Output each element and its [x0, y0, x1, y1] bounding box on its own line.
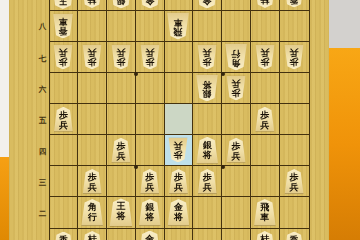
piece-kanji: 銀将 — [116, 0, 125, 5]
left-margin — [0, 0, 9, 157]
piece-kanji: 歩兵 — [203, 46, 212, 66]
square-4-4[interactable] — [136, 135, 165, 166]
piece-knight-sente[interactable]: 桂馬 — [81, 0, 103, 8]
piece-kanji: 歩兵 — [59, 46, 68, 66]
square-2-9[interactable]: 桂馬 — [78, 0, 107, 11]
piece-pawn-sente[interactable]: 歩兵 — [197, 45, 217, 70]
square-4-2[interactable]: 銀将 — [136, 197, 165, 228]
piece-pawn-gote[interactable]: 歩兵 — [226, 138, 246, 163]
board-grid: 玉将桂馬銀将金将金将桂馬香車香車飛車歩兵歩兵歩兵歩兵歩兵角行歩兵歩兵銀将歩兵歩兵… — [49, 0, 310, 240]
square-5-9[interactable] — [165, 0, 194, 11]
square-6-1[interactable] — [193, 229, 222, 240]
square-9-7[interactable]: 歩兵 — [280, 42, 309, 73]
square-6-8[interactable] — [193, 11, 222, 42]
square-6-4[interactable]: 銀将 — [193, 135, 222, 166]
piece-kanji: 角行 — [88, 202, 97, 222]
piece-pawn-gote[interactable]: 歩兵 — [284, 169, 304, 194]
square-7-2[interactable] — [222, 197, 251, 228]
piece-lance-sente[interactable]: 香車 — [53, 14, 74, 39]
piece-kanji: 王将 — [116, 202, 125, 222]
piece-kanji: 歩兵 — [260, 110, 269, 130]
piece-gold-sente[interactable]: 金将 — [196, 0, 219, 8]
square-4-6[interactable] — [136, 73, 165, 104]
piece-kanji: 金将 — [145, 234, 154, 240]
square-2-1[interactable]: 桂馬 — [78, 229, 107, 240]
piece-knight-sente[interactable]: 桂馬 — [254, 0, 276, 8]
square-1-9[interactable]: 玉将 — [50, 0, 79, 11]
square-8-6[interactable] — [251, 73, 280, 104]
right-margin — [329, 0, 360, 48]
piece-lance-sente[interactable]: 香車 — [284, 0, 305, 7]
square-3-2[interactable]: 王将 — [107, 197, 136, 228]
piece-kanji: 歩兵 — [116, 46, 125, 66]
piece-kanji: 香車 — [59, 15, 68, 35]
square-1-3[interactable] — [50, 166, 79, 197]
piece-kanji: 歩兵 — [290, 46, 299, 66]
square-3-9[interactable]: 銀将 — [107, 0, 136, 11]
piece-pawn-sente[interactable]: 歩兵 — [140, 45, 160, 70]
piece-kanji: 香車 — [59, 235, 68, 240]
komadai-left — [0, 157, 9, 240]
piece-knight-gote[interactable]: 桂馬 — [254, 231, 276, 240]
shogi-app-screen: 玉将桂馬銀将金将金将桂馬香車香車飛車歩兵歩兵歩兵歩兵歩兵角行歩兵歩兵銀将歩兵歩兵… — [0, 0, 360, 240]
piece-gold-sente[interactable]: 金将 — [138, 0, 161, 8]
piece-kanji: 銀将 — [203, 79, 212, 99]
piece-pawn-gote[interactable]: 歩兵 — [140, 169, 160, 194]
piece-pawn-sente[interactable]: 歩兵 — [226, 76, 246, 101]
square-2-5[interactable] — [78, 104, 107, 135]
square-2-7[interactable]: 歩兵 — [78, 42, 107, 73]
square-3-5[interactable] — [107, 104, 136, 135]
square-9-5[interactable] — [280, 104, 309, 135]
piece-silver-sente[interactable]: 銀将 — [196, 75, 219, 102]
square-8-1[interactable]: 桂馬 — [251, 229, 280, 240]
piece-kanji: 歩兵 — [88, 46, 97, 66]
piece-silver-gote[interactable]: 銀将 — [138, 199, 161, 226]
row-label-3: 三 — [37, 178, 48, 187]
piece-kanji: 香車 — [290, 0, 299, 4]
piece-knight-gote[interactable]: 桂馬 — [81, 231, 103, 240]
square-1-4[interactable] — [50, 135, 79, 166]
piece-pawn-gote[interactable]: 歩兵 — [197, 169, 217, 194]
row-label-4: 四 — [37, 147, 48, 156]
piece-rook-sente[interactable]: 飛車 — [167, 13, 190, 40]
piece-kanji: 玉将 — [59, 0, 68, 5]
komadai-right — [329, 48, 360, 240]
piece-kanji: 歩兵 — [145, 172, 154, 192]
piece-kanji: 銀将 — [145, 202, 154, 222]
square-8-7[interactable]: 歩兵 — [251, 42, 280, 73]
piece-kanji: 桂馬 — [260, 0, 269, 4]
piece-silver-gote[interactable]: 銀将 — [196, 137, 219, 164]
square-1-5[interactable]: 歩兵 — [50, 104, 79, 135]
square-6-2[interactable] — [193, 197, 222, 228]
piece-kanji: 金将 — [145, 0, 154, 5]
piece-kanji: 香車 — [290, 235, 299, 240]
row-label-7: 七 — [37, 54, 48, 63]
square-2-8[interactable] — [78, 11, 107, 42]
piece-kanji: 飛車 — [260, 202, 269, 222]
piece-kanji: 歩兵 — [260, 46, 269, 66]
square-7-3[interactable] — [222, 166, 251, 197]
piece-kanji: 歩兵 — [174, 172, 183, 192]
square-1-2[interactable] — [50, 197, 79, 228]
square-2-3[interactable]: 歩兵 — [78, 166, 107, 197]
square-3-1[interactable] — [107, 229, 136, 240]
square-6-5[interactable] — [193, 104, 222, 135]
square-2-6[interactable] — [78, 73, 107, 104]
square-4-9[interactable]: 金将 — [136, 0, 165, 11]
square-9-3[interactable]: 歩兵 — [280, 166, 309, 197]
piece-king-gote[interactable]: 王将 — [109, 198, 133, 226]
star-point — [134, 165, 138, 169]
piece-pawn-gote[interactable]: 歩兵 — [168, 169, 188, 194]
piece-lance-gote[interactable]: 香車 — [53, 232, 74, 240]
square-9-1[interactable]: 香車 — [280, 229, 309, 240]
square-3-7[interactable]: 歩兵 — [107, 42, 136, 73]
piece-jeweled-king-sente[interactable]: 玉将 — [51, 0, 75, 9]
square-9-4[interactable] — [280, 135, 309, 166]
piece-kanji: 歩兵 — [116, 141, 125, 161]
square-5-3[interactable]: 歩兵 — [165, 166, 194, 197]
piece-kanji: 歩兵 — [174, 140, 183, 160]
piece-pawn-gote[interactable]: 歩兵 — [82, 169, 102, 194]
square-9-9[interactable]: 香車 — [280, 0, 309, 11]
square-7-4[interactable]: 歩兵 — [222, 135, 251, 166]
square-7-9[interactable] — [222, 0, 251, 11]
piece-kanji: 歩兵 — [145, 46, 154, 66]
square-4-1[interactable]: 金将 — [136, 229, 165, 240]
piece-kanji: 桂馬 — [88, 235, 97, 240]
row-label-2: 二 — [37, 209, 48, 218]
piece-pawn-sente[interactable]: 歩兵 — [53, 45, 73, 70]
piece-bishop-sente[interactable]: 角行 — [225, 44, 248, 71]
square-8-4[interactable] — [251, 135, 280, 166]
piece-pawn-gote[interactable]: 歩兵 — [111, 138, 131, 163]
piece-kanji: 歩兵 — [203, 172, 212, 192]
star-point — [134, 72, 138, 76]
square-1-7[interactable]: 歩兵 — [50, 42, 79, 73]
square-4-5[interactable] — [136, 104, 165, 135]
row-label-8: 八 — [37, 22, 48, 31]
square-5-1[interactable] — [165, 229, 194, 240]
square-7-6[interactable]: 歩兵 — [222, 73, 251, 104]
square-9-2[interactable] — [280, 197, 309, 228]
piece-kanji: 桂馬 — [88, 0, 97, 4]
square-8-9[interactable]: 桂馬 — [251, 0, 280, 11]
piece-kanji: 歩兵 — [290, 172, 299, 192]
square-3-4[interactable]: 歩兵 — [107, 135, 136, 166]
row-label-5: 五 — [37, 116, 48, 125]
piece-kanji: 銀将 — [203, 140, 212, 160]
piece-lance-gote[interactable]: 香車 — [284, 232, 305, 240]
piece-pawn-sente[interactable]: 歩兵 — [111, 45, 131, 70]
square-7-5[interactable] — [222, 104, 251, 135]
square-2-2[interactable]: 角行 — [78, 197, 107, 228]
square-7-7[interactable]: 角行 — [222, 42, 251, 73]
piece-kanji: 飛車 — [174, 16, 183, 36]
square-5-5-last-move-from[interactable] — [165, 104, 194, 135]
piece-pawn-sente[interactable]: 歩兵 — [82, 45, 102, 70]
piece-bishop-gote[interactable]: 角行 — [81, 199, 104, 226]
square-9-6[interactable] — [280, 73, 309, 104]
square-5-2[interactable]: 金将 — [165, 197, 194, 228]
square-3-8[interactable] — [107, 11, 136, 42]
square-5-7[interactable] — [165, 42, 194, 73]
piece-kanji: 歩兵 — [232, 78, 241, 98]
square-7-1[interactable] — [222, 229, 251, 240]
piece-kanji: 歩兵 — [59, 110, 68, 130]
square-8-3[interactable] — [251, 166, 280, 197]
piece-kanji: 金将 — [203, 0, 212, 5]
square-7-8[interactable] — [222, 11, 251, 42]
piece-gold-gote[interactable]: 金将 — [167, 199, 190, 226]
square-4-3[interactable]: 歩兵 — [136, 166, 165, 197]
square-8-2[interactable]: 飛車 — [251, 197, 280, 228]
square-2-4[interactable] — [78, 135, 107, 166]
square-5-4-last-move-to[interactable]: 歩兵 — [165, 135, 194, 166]
star-point — [221, 165, 225, 169]
square-5-8[interactable]: 飛車 — [165, 11, 194, 42]
piece-kanji: 歩兵 — [232, 141, 241, 161]
piece-pawn-gote[interactable]: 歩兵 — [53, 107, 73, 132]
square-6-9[interactable]: 金将 — [193, 0, 222, 11]
row-label-6: 六 — [37, 85, 48, 94]
piece-kanji: 金将 — [174, 202, 183, 222]
square-1-1[interactable]: 香車 — [50, 229, 79, 240]
piece-pawn-sente[interactable]: 歩兵 — [255, 45, 275, 70]
square-6-6[interactable]: 銀将 — [193, 73, 222, 104]
square-3-3[interactable] — [107, 166, 136, 197]
square-4-8[interactable] — [136, 11, 165, 42]
square-5-6[interactable] — [165, 73, 194, 104]
piece-silver-sente[interactable]: 銀将 — [109, 0, 132, 8]
star-point — [221, 72, 225, 76]
piece-gold-gote[interactable]: 金将 — [138, 231, 161, 240]
square-1-6[interactable] — [50, 73, 79, 104]
piece-pawn-sente[interactable]: 歩兵 — [168, 138, 188, 163]
square-6-7[interactable]: 歩兵 — [193, 42, 222, 73]
square-1-8[interactable]: 香車 — [50, 11, 79, 42]
piece-pawn-sente[interactable]: 歩兵 — [284, 45, 304, 70]
square-8-8[interactable] — [251, 11, 280, 42]
piece-pawn-gote[interactable]: 歩兵 — [255, 107, 275, 132]
piece-kanji: 歩兵 — [88, 172, 97, 192]
piece-kanji: 桂馬 — [260, 235, 269, 240]
square-8-5[interactable]: 歩兵 — [251, 104, 280, 135]
square-3-6[interactable] — [107, 73, 136, 104]
piece-rook-gote[interactable]: 飛車 — [253, 199, 276, 226]
square-6-3[interactable]: 歩兵 — [193, 166, 222, 197]
square-4-7[interactable]: 歩兵 — [136, 42, 165, 73]
square-9-8[interactable] — [280, 11, 309, 42]
piece-kanji: 角行 — [232, 47, 241, 67]
